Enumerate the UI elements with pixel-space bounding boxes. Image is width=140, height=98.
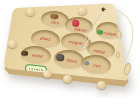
photo-canvas: cork plastic rubber glass magnet metal	[0, 0, 140, 98]
wooden-peg	[78, 7, 87, 15]
cell-label: fabric	[63, 57, 81, 64]
wooden-peg	[63, 75, 72, 83]
cell-label: cork	[46, 19, 64, 26]
wooden-peg	[97, 81, 106, 89]
cell-label: iron	[88, 63, 106, 70]
cell-label: wood	[28, 53, 46, 60]
cell-label: magnet	[67, 39, 85, 46]
wooden-peg	[26, 8, 35, 16]
game-board: cork plastic rubber glass magnet metal	[0, 0, 140, 98]
wooden-peg	[43, 70, 52, 78]
brand-badge-text-illegible	[29, 68, 43, 71]
cell-label: rubber	[100, 31, 118, 38]
wooden-peg	[8, 40, 17, 48]
cell-top-right[interactable]: rubber	[95, 21, 122, 42]
cell-label: glass	[36, 35, 54, 42]
